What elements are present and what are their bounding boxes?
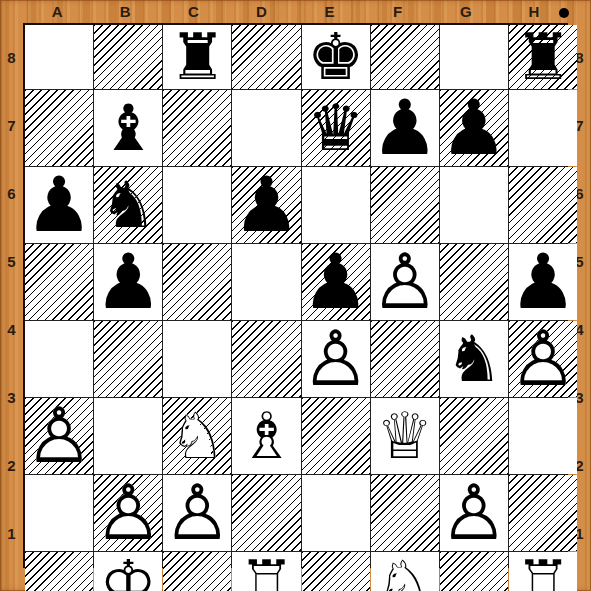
square-c5[interactable] [163, 244, 231, 320]
square-b5[interactable]: ♟ [94, 244, 162, 320]
square-f5[interactable]: ♟♙ [371, 244, 439, 320]
piece-black-pawn-a6[interactable]: ♟ [25, 167, 93, 243]
square-b3[interactable] [94, 398, 162, 474]
square-b6[interactable]: ♞ [94, 167, 162, 243]
square-a8[interactable] [25, 25, 93, 89]
piece-white-pawn-c2[interactable]: ♟♙ [163, 475, 231, 551]
square-a1[interactable] [25, 552, 93, 591]
rook-glyph: ♜ [163, 25, 231, 89]
square-g7[interactable]: ♟ [440, 90, 508, 166]
rank-label-left-2: 2 [0, 432, 23, 500]
pawn-glyph: ♟ [25, 167, 93, 243]
square-g6[interactable] [440, 167, 508, 243]
square-h6[interactable] [509, 167, 577, 243]
pawn-glyph: ♟ [440, 90, 508, 166]
square-h2[interactable] [509, 475, 577, 551]
pawn-glyph: ♙ [440, 475, 508, 551]
piece-white-bishop-d3[interactable]: ♝♗ [232, 398, 300, 474]
square-g8[interactable] [440, 25, 508, 89]
square-h3[interactable] [509, 398, 577, 474]
file-label-top-A: A [23, 0, 91, 23]
square-d2[interactable] [232, 475, 300, 551]
knight-glyph: ♘ [163, 398, 231, 474]
rook-glyph: ♜ [509, 25, 577, 89]
file-labels-top: ABCDEFGH [23, 0, 568, 23]
square-g2[interactable]: ♟♙ [440, 475, 508, 551]
square-f4[interactable] [371, 321, 439, 397]
square-a6[interactable]: ♟ [25, 167, 93, 243]
piece-black-pawn-h5[interactable]: ♟ [509, 244, 577, 320]
piece-black-pawn-d6[interactable]: ♟ [232, 167, 300, 243]
file-label-top-G: G [432, 0, 500, 23]
square-a3[interactable]: ♟♙ [25, 398, 93, 474]
piece-black-knight-b6[interactable]: ♞ [94, 167, 162, 243]
king-glyph: ♔ [94, 552, 162, 591]
square-g3[interactable] [440, 398, 508, 474]
rook-glyph: ♖ [232, 552, 300, 591]
rank-label-left-5: 5 [0, 227, 23, 295]
pawn-glyph: ♟ [302, 244, 370, 320]
square-d7[interactable] [232, 90, 300, 166]
square-c4[interactable] [163, 321, 231, 397]
piece-white-knight-f1[interactable]: ♞♘ [371, 552, 439, 591]
square-d5[interactable] [232, 244, 300, 320]
queen-glyph: ♕ [371, 398, 439, 474]
file-label-top-B: B [91, 0, 159, 23]
square-c3[interactable]: ♞♘ [163, 398, 231, 474]
pawn-glyph: ♟ [232, 167, 300, 243]
chess-board: ♜♚♜♝♛♟♟♟♞♟♟♟♟♙♟♟♙♞♟♙♟♙♞♘♝♗♛♕♟♙♟♙♟♙♚♔♜♖♞♘… [23, 23, 568, 568]
piece-black-bishop-b7[interactable]: ♝ [94, 90, 162, 166]
piece-white-rook-h1[interactable]: ♜♖ [509, 552, 577, 591]
square-f1[interactable]: ♞♘ [371, 552, 439, 591]
piece-black-knight-g4[interactable]: ♞ [440, 321, 508, 397]
knight-glyph: ♞ [94, 167, 162, 243]
square-h8[interactable]: ♜ [509, 25, 577, 89]
rank-label-left-8: 8 [0, 23, 23, 91]
square-d6[interactable]: ♟ [232, 167, 300, 243]
square-a4[interactable] [25, 321, 93, 397]
square-c8[interactable]: ♜ [163, 25, 231, 89]
knight-glyph: ♘ [371, 552, 439, 591]
file-label-top-D: D [227, 0, 295, 23]
square-a7[interactable] [25, 90, 93, 166]
square-e3[interactable] [302, 398, 370, 474]
square-b4[interactable] [94, 321, 162, 397]
square-h5[interactable]: ♟ [509, 244, 577, 320]
square-e4[interactable]: ♟♙ [302, 321, 370, 397]
square-f3[interactable]: ♛♕ [371, 398, 439, 474]
square-b8[interactable] [94, 25, 162, 89]
pawn-glyph: ♙ [94, 475, 162, 551]
file-label-top-F: F [364, 0, 432, 23]
piece-white-pawn-f5[interactable]: ♟♙ [371, 244, 439, 320]
piece-white-rook-d1[interactable]: ♜♖ [232, 552, 300, 591]
square-e5[interactable]: ♟ [302, 244, 370, 320]
king-glyph: ♚ [302, 25, 370, 89]
piece-black-king-e8[interactable]: ♚ [302, 25, 370, 89]
rank-label-left-1: 1 [0, 500, 23, 568]
square-e1[interactable] [302, 552, 370, 591]
square-h4[interactable]: ♟♙ [509, 321, 577, 397]
pawn-glyph: ♙ [302, 321, 370, 397]
piece-white-pawn-b2[interactable]: ♟♙ [94, 475, 162, 551]
square-g5[interactable] [440, 244, 508, 320]
rank-label-left-6: 6 [0, 159, 23, 227]
rank-label-left-3: 3 [0, 364, 23, 432]
piece-white-pawn-g2[interactable]: ♟♙ [440, 475, 508, 551]
piece-black-pawn-e5[interactable]: ♟ [302, 244, 370, 320]
rank-labels-left: 87654321 [0, 23, 23, 568]
piece-black-pawn-g7[interactable]: ♟ [440, 90, 508, 166]
square-d4[interactable] [232, 321, 300, 397]
square-c1[interactable] [163, 552, 231, 591]
piece-black-queen-e7[interactable]: ♛ [302, 90, 370, 166]
square-b1[interactable]: ♚♔ [94, 552, 162, 591]
square-e8[interactable]: ♚ [302, 25, 370, 89]
square-f7[interactable]: ♟ [371, 90, 439, 166]
pawn-glyph: ♙ [163, 475, 231, 551]
square-e6[interactable] [302, 167, 370, 243]
square-d1[interactable]: ♜♖ [232, 552, 300, 591]
piece-white-queen-f3[interactable]: ♛♕ [371, 398, 439, 474]
queen-glyph: ♛ [302, 90, 370, 166]
pawn-glyph: ♟ [94, 244, 162, 320]
piece-black-rook-c8[interactable]: ♜ [163, 25, 231, 89]
bishop-glyph: ♗ [232, 398, 300, 474]
piece-black-rook-h8[interactable]: ♜ [509, 25, 577, 89]
square-f6[interactable] [371, 167, 439, 243]
piece-white-pawn-a3[interactable]: ♟♙ [25, 398, 93, 474]
pawn-glyph: ♟ [509, 244, 577, 320]
rank-label-left-7: 7 [0, 91, 23, 159]
square-e2[interactable] [302, 475, 370, 551]
square-c2[interactable]: ♟♙ [163, 475, 231, 551]
square-c6[interactable] [163, 167, 231, 243]
piece-black-pawn-f7[interactable]: ♟ [371, 90, 439, 166]
square-d3[interactable]: ♝♗ [232, 398, 300, 474]
piece-white-pawn-e4[interactable]: ♟♙ [302, 321, 370, 397]
pawn-glyph: ♙ [25, 398, 93, 474]
square-g4[interactable]: ♞ [440, 321, 508, 397]
square-h1[interactable]: ♜♖ [509, 552, 577, 591]
side-to-move-indicator [559, 8, 569, 18]
knight-glyph: ♞ [440, 321, 508, 397]
square-f8[interactable] [371, 25, 439, 89]
bishop-glyph: ♝ [94, 90, 162, 166]
square-a5[interactable] [25, 244, 93, 320]
square-f2[interactable] [371, 475, 439, 551]
rank-label-left-4: 4 [0, 296, 23, 364]
square-b7[interactable]: ♝ [94, 90, 162, 166]
square-a2[interactable] [25, 475, 93, 551]
square-e7[interactable]: ♛ [302, 90, 370, 166]
chess-board-frame: ABCDEFGH ABCDEFGH 87654321 87654321 ♜♚♜♝… [0, 0, 591, 591]
pawn-glyph: ♙ [371, 244, 439, 320]
square-g1[interactable] [440, 552, 508, 591]
piece-black-pawn-b5[interactable]: ♟ [94, 244, 162, 320]
piece-white-pawn-h4[interactable]: ♟♙ [509, 321, 577, 397]
square-h7[interactable] [509, 90, 577, 166]
square-d8[interactable] [232, 25, 300, 89]
square-b2[interactable]: ♟♙ [94, 475, 162, 551]
piece-white-king-b1[interactable]: ♚♔ [94, 552, 162, 591]
pawn-glyph: ♙ [509, 321, 577, 397]
square-c7[interactable] [163, 90, 231, 166]
piece-white-knight-c3[interactable]: ♞♘ [163, 398, 231, 474]
pawn-glyph: ♟ [371, 90, 439, 166]
rook-glyph: ♖ [509, 552, 577, 591]
